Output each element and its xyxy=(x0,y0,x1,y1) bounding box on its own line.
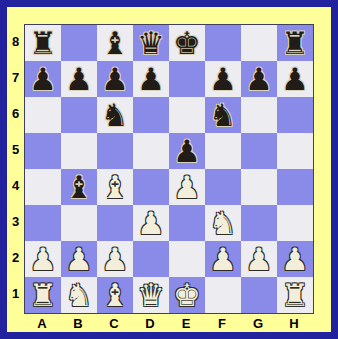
square-b4[interactable]: ♝ xyxy=(61,169,97,205)
square-h8[interactable]: ♜ xyxy=(277,25,313,61)
square-b1[interactable]: ♞ xyxy=(61,277,97,313)
piece-black-pawn: ♟ xyxy=(173,133,201,169)
square-f6[interactable]: ♞ xyxy=(205,97,241,133)
square-c1[interactable]: ♝ xyxy=(97,277,133,313)
rank-label-7: 7 xyxy=(7,60,24,96)
square-d6[interactable] xyxy=(133,97,169,133)
outer-border-frame: 87654321 ♜♝♛♚♜♟♟♟♟♟♟♟♞♞♟♝♝♟♟♞♟♟♟♟♟♟♜♞♝♛♚… xyxy=(0,0,338,339)
piece-white-rook: ♜ xyxy=(281,277,309,313)
square-d3[interactable]: ♟ xyxy=(133,205,169,241)
square-g5[interactable] xyxy=(241,133,277,169)
square-h5[interactable] xyxy=(277,133,313,169)
square-h2[interactable]: ♟ xyxy=(277,241,313,277)
rank-label-8: 8 xyxy=(7,24,24,60)
square-f8[interactable] xyxy=(205,25,241,61)
chess-board: ♜♝♛♚♜♟♟♟♟♟♟♟♞♞♟♝♝♟♟♞♟♟♟♟♟♟♜♞♝♛♚♜ xyxy=(24,24,314,314)
square-b2[interactable]: ♟ xyxy=(61,241,97,277)
square-g3[interactable] xyxy=(241,205,277,241)
square-a7[interactable]: ♟ xyxy=(25,61,61,97)
square-f7[interactable]: ♟ xyxy=(205,61,241,97)
square-e4[interactable]: ♟ xyxy=(169,169,205,205)
square-d8[interactable]: ♛ xyxy=(133,25,169,61)
square-a4[interactable] xyxy=(25,169,61,205)
rank-label-4: 4 xyxy=(7,168,24,204)
square-e8[interactable]: ♚ xyxy=(169,25,205,61)
rank-label-2: 2 xyxy=(7,240,24,276)
file-label-f: F xyxy=(204,315,240,332)
rank-label-5: 5 xyxy=(7,132,24,168)
piece-white-knight: ♞ xyxy=(65,277,93,313)
square-h6[interactable] xyxy=(277,97,313,133)
piece-white-pawn: ♟ xyxy=(245,241,273,277)
square-h1[interactable]: ♜ xyxy=(277,277,313,313)
square-g2[interactable]: ♟ xyxy=(241,241,277,277)
piece-white-knight: ♞ xyxy=(209,205,237,241)
piece-black-pawn: ♟ xyxy=(209,61,237,97)
square-c2[interactable]: ♟ xyxy=(97,241,133,277)
square-a8[interactable]: ♜ xyxy=(25,25,61,61)
square-e7[interactable] xyxy=(169,61,205,97)
square-c7[interactable]: ♟ xyxy=(97,61,133,97)
piece-white-pawn: ♟ xyxy=(137,205,165,241)
square-e2[interactable] xyxy=(169,241,205,277)
square-e3[interactable] xyxy=(169,205,205,241)
piece-white-queen: ♛ xyxy=(137,277,165,313)
piece-black-rook: ♜ xyxy=(29,25,57,61)
file-label-a: A xyxy=(24,315,60,332)
square-g1[interactable] xyxy=(241,277,277,313)
square-f2[interactable]: ♟ xyxy=(205,241,241,277)
piece-white-bishop: ♝ xyxy=(101,169,129,205)
square-c5[interactable] xyxy=(97,133,133,169)
file-label-b: B xyxy=(60,315,96,332)
piece-black-pawn: ♟ xyxy=(245,61,273,97)
piece-white-pawn: ♟ xyxy=(29,241,57,277)
square-d4[interactable] xyxy=(133,169,169,205)
piece-black-king: ♚ xyxy=(173,25,201,61)
square-g6[interactable] xyxy=(241,97,277,133)
square-b8[interactable] xyxy=(61,25,97,61)
square-e6[interactable] xyxy=(169,97,205,133)
piece-black-bishop: ♝ xyxy=(101,25,129,61)
piece-black-pawn: ♟ xyxy=(281,61,309,97)
square-f1[interactable] xyxy=(205,277,241,313)
yellow-mat: 87654321 ♜♝♛♚♜♟♟♟♟♟♟♟♞♞♟♝♝♟♟♞♟♟♟♟♟♟♜♞♝♛♚… xyxy=(7,7,331,332)
square-d7[interactable]: ♟ xyxy=(133,61,169,97)
square-a2[interactable]: ♟ xyxy=(25,241,61,277)
piece-black-pawn: ♟ xyxy=(65,61,93,97)
piece-black-knight: ♞ xyxy=(209,97,237,133)
piece-white-pawn: ♟ xyxy=(209,241,237,277)
file-label-g: G xyxy=(240,315,276,332)
square-d1[interactable]: ♛ xyxy=(133,277,169,313)
square-e1[interactable]: ♚ xyxy=(169,277,205,313)
file-label-d: D xyxy=(132,315,168,332)
piece-white-pawn: ♟ xyxy=(173,169,201,205)
piece-black-pawn: ♟ xyxy=(29,61,57,97)
square-a3[interactable] xyxy=(25,205,61,241)
piece-white-pawn: ♟ xyxy=(281,241,309,277)
square-f5[interactable] xyxy=(205,133,241,169)
square-d2[interactable] xyxy=(133,241,169,277)
piece-white-rook: ♜ xyxy=(29,277,57,313)
square-g4[interactable] xyxy=(241,169,277,205)
square-e5[interactable]: ♟ xyxy=(169,133,205,169)
square-d5[interactable] xyxy=(133,133,169,169)
piece-white-king: ♚ xyxy=(173,277,201,313)
rank-label-1: 1 xyxy=(7,276,24,312)
file-label-e: E xyxy=(168,315,204,332)
square-b6[interactable] xyxy=(61,97,97,133)
square-c4[interactable]: ♝ xyxy=(97,169,133,205)
square-h4[interactable] xyxy=(277,169,313,205)
square-a1[interactable]: ♜ xyxy=(25,277,61,313)
file-label-c: C xyxy=(96,315,132,332)
piece-black-rook: ♜ xyxy=(281,25,309,61)
square-f3[interactable]: ♞ xyxy=(205,205,241,241)
square-b7[interactable]: ♟ xyxy=(61,61,97,97)
square-b5[interactable] xyxy=(61,133,97,169)
piece-white-bishop: ♝ xyxy=(101,277,129,313)
piece-black-bishop: ♝ xyxy=(65,169,93,205)
square-h7[interactable]: ♟ xyxy=(277,61,313,97)
file-labels-row: ABCDEFGH xyxy=(24,315,314,332)
piece-black-pawn: ♟ xyxy=(137,61,165,97)
rank-label-3: 3 xyxy=(7,204,24,240)
square-c6[interactable]: ♞ xyxy=(97,97,133,133)
square-a5[interactable] xyxy=(25,133,61,169)
square-g7[interactable]: ♟ xyxy=(241,61,277,97)
rank-label-6: 6 xyxy=(7,96,24,132)
square-h3[interactable] xyxy=(277,205,313,241)
piece-black-knight: ♞ xyxy=(101,97,129,133)
square-c3[interactable] xyxy=(97,205,133,241)
piece-black-queen: ♛ xyxy=(137,25,165,61)
square-b3[interactable] xyxy=(61,205,97,241)
square-g8[interactable] xyxy=(241,25,277,61)
piece-white-pawn: ♟ xyxy=(101,241,129,277)
square-c8[interactable]: ♝ xyxy=(97,25,133,61)
piece-white-pawn: ♟ xyxy=(65,241,93,277)
file-label-h: H xyxy=(276,315,312,332)
rank-labels-column: 87654321 xyxy=(7,24,24,312)
square-f4[interactable] xyxy=(205,169,241,205)
square-a6[interactable] xyxy=(25,97,61,133)
piece-black-pawn: ♟ xyxy=(101,61,129,97)
